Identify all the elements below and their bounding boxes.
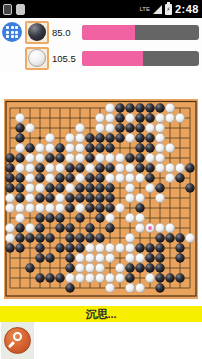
- android-status-bar: LTE 2:48: [0, 0, 202, 18]
- white-progress-bar: [82, 51, 199, 66]
- notification-icon-1: [3, 4, 12, 15]
- black-player-row: 85.0: [2, 19, 200, 45]
- black-stone-icon: [28, 23, 46, 41]
- magnifier-icon[interactable]: [4, 327, 31, 354]
- bottom-toolbar: [0, 322, 202, 359]
- white-score-text: 105.5: [52, 53, 79, 64]
- engine-status-text: 沉思...: [85, 307, 116, 322]
- white-stone-icon: [28, 49, 46, 67]
- go-board[interactable]: [4, 99, 198, 299]
- white-player-avatar[interactable]: [25, 47, 49, 70]
- go-app-screen: LTE 2:48 85.0 105.5: [0, 0, 202, 359]
- analyze-tool-tile[interactable]: [1, 322, 34, 359]
- black-progress-bar: [82, 25, 199, 40]
- signal-strength-icon: [153, 5, 162, 14]
- black-score-text: 85.0: [52, 27, 79, 38]
- engine-status-toast: 沉思...: [0, 306, 202, 322]
- spacer: [0, 71, 202, 99]
- white-progress-fill: [82, 51, 143, 66]
- notification-icon-2: [16, 4, 25, 15]
- apps-grid-icon[interactable]: [2, 22, 22, 42]
- white-player-row: 105.5: [2, 45, 200, 71]
- network-type-label: LTE: [139, 6, 150, 12]
- black-progress-fill: [82, 25, 135, 40]
- spacer: [0, 299, 202, 306]
- clock-text: 2:48: [175, 3, 199, 15]
- battery-icon: [165, 4, 172, 15]
- black-player-avatar[interactable]: [25, 21, 49, 44]
- player-score-panel: 85.0 105.5: [0, 18, 202, 71]
